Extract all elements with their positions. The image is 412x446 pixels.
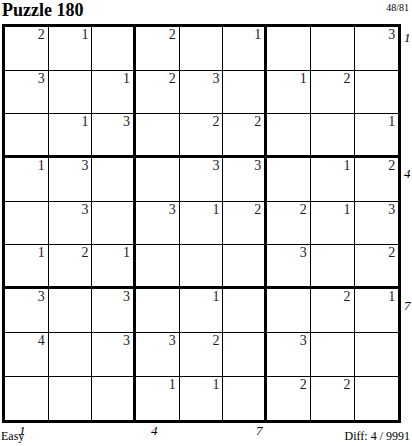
cell-r7c1[interactable]: 3 [5,289,49,333]
clue-r3c3: 3 [123,115,130,129]
cell-r4c9[interactable]: 2 [355,158,399,202]
cell-r3c6[interactable]: 2 [223,114,267,158]
cell-r1c4[interactable]: 2 [136,27,180,71]
cell-r5c5[interactable]: 1 [180,202,224,246]
cell-r9c4[interactable]: 1 [136,377,180,421]
clue-r2c3: 1 [123,72,130,86]
cell-r2c3[interactable]: 1 [92,71,136,115]
difficulty-stat: Diff: 4 / 9991 [345,429,410,444]
clue-r9c7: 2 [300,378,307,392]
cell-r4c4[interactable] [136,158,180,202]
cell-r7c4[interactable] [136,289,180,333]
cell-r5c9[interactable]: 3 [355,202,399,246]
cell-r6c1[interactable]: 1 [5,245,49,289]
cell-r2c5[interactable]: 3 [180,71,224,115]
clue-r5c6: 2 [254,203,261,217]
cell-r3c5[interactable]: 2 [180,114,224,158]
cell-r1c3[interactable] [92,27,136,71]
row-coordinate-label-7: 7 [404,299,411,312]
cell-r4c2[interactable]: 3 [49,158,93,202]
cell-r7c6[interactable] [223,289,267,333]
cell-r7c7[interactable] [267,289,311,333]
clue-r7c5: 1 [212,290,219,304]
clue-r6c2: 2 [81,246,88,260]
clue-r9c4: 1 [169,378,176,392]
puzzle-board: 2121331231213221133312331221312132331214… [2,24,401,423]
cell-r2c9[interactable] [355,71,399,115]
cell-r1c7[interactable] [267,27,311,71]
clue-r1c9: 3 [388,28,395,42]
cell-r2c7[interactable]: 1 [267,71,311,115]
cell-r6c6[interactable] [223,245,267,289]
cell-r5c3[interactable] [92,202,136,246]
clue-r2c1: 3 [38,72,45,86]
cell-r8c7[interactable]: 3 [267,333,311,377]
clue-r7c3: 3 [123,290,130,304]
cell-r6c4[interactable] [136,245,180,289]
cell-r7c3[interactable]: 3 [92,289,136,333]
cell-r1c9[interactable]: 3 [355,27,399,71]
cell-r7c8[interactable]: 2 [311,289,355,333]
clue-r5c8: 1 [344,203,351,217]
cell-r2c4[interactable]: 2 [136,71,180,115]
clue-r6c9: 2 [388,246,395,260]
cell-r9c1[interactable] [5,377,49,421]
cell-r1c5[interactable] [180,27,224,71]
cell-r5c6[interactable]: 2 [223,202,267,246]
clue-r7c9: 1 [388,290,395,304]
cell-r6c5[interactable] [180,245,224,289]
clue-r8c3: 3 [123,334,130,348]
clue-r3c2: 1 [81,115,88,129]
clue-r1c6: 1 [254,28,261,42]
cell-r9c3[interactable] [92,377,136,421]
cell-r6c3[interactable]: 1 [92,245,136,289]
cell-r6c9[interactable]: 2 [355,245,399,289]
cell-r8c4[interactable]: 3 [136,333,180,377]
cell-r7c2[interactable] [49,289,93,333]
clue-r3c5: 2 [212,115,219,129]
col-coordinate-label-4: 4 [151,424,158,437]
clue-r8c1: 4 [38,334,45,348]
clue-r4c9: 2 [388,159,395,173]
cell-r9c9[interactable] [355,377,399,421]
cell-r8c2[interactable] [49,333,93,377]
clue-r9c5: 1 [212,378,219,392]
clue-r1c2: 1 [81,28,88,42]
cell-r7c5[interactable]: 1 [180,289,224,333]
cell-r1c2[interactable]: 1 [49,27,93,71]
cell-r8c9[interactable] [355,333,399,377]
cell-r7c9[interactable]: 1 [355,289,399,333]
clue-r1c4: 2 [169,28,176,42]
clue-r5c4: 3 [169,203,176,217]
cell-r3c8[interactable] [311,114,355,158]
cell-r9c7[interactable]: 2 [267,377,311,421]
clue-r8c4: 3 [169,334,176,348]
clue-r1c1: 2 [38,28,45,42]
cell-r4c5[interactable]: 3 [180,158,224,202]
difficulty-label: Easy [1,429,24,444]
clue-r2c8: 2 [344,72,351,86]
cell-r2c2[interactable] [49,71,93,115]
cell-r3c2[interactable]: 1 [49,114,93,158]
cell-r6c7[interactable]: 3 [267,245,311,289]
cell-r8c6[interactable] [223,333,267,377]
clue-r5c2: 3 [81,203,88,217]
cell-r4c6[interactable]: 3 [223,158,267,202]
clue-r4c6: 3 [254,159,261,173]
cell-r9c5[interactable]: 1 [180,377,224,421]
cell-r8c1[interactable]: 4 [5,333,49,377]
cell-r1c6[interactable]: 1 [223,27,267,71]
cell-r6c8[interactable] [311,245,355,289]
cell-r5c4[interactable]: 3 [136,202,180,246]
clue-r5c7: 2 [300,203,307,217]
cell-r4c1[interactable]: 1 [5,158,49,202]
row-coordinate-label-1: 1 [404,31,411,44]
cell-r4c3[interactable] [92,158,136,202]
clue-r5c9: 3 [388,203,395,217]
cell-r5c1[interactable] [5,202,49,246]
cell-r5c2[interactable]: 3 [49,202,93,246]
cell-r8c3[interactable]: 3 [92,333,136,377]
clue-r4c1: 1 [38,159,45,173]
cell-r2c8[interactable]: 2 [311,71,355,115]
clue-r8c7: 3 [300,334,307,348]
clue-r9c8: 2 [344,378,351,392]
clue-r6c7: 3 [300,246,307,260]
givens-counter: 48/81 [386,2,409,13]
clue-r2c5: 3 [212,72,219,86]
cell-r4c7[interactable] [267,158,311,202]
clue-r4c5: 3 [212,159,219,173]
cell-r6c2[interactable]: 2 [49,245,93,289]
cell-r9c6[interactable] [223,377,267,421]
cell-r3c3[interactable]: 3 [92,114,136,158]
page-title: Puzzle 180 [2,0,83,21]
clue-r4c2: 3 [81,159,88,173]
cell-r9c8[interactable]: 2 [311,377,355,421]
cell-r2c6[interactable] [223,71,267,115]
clue-r6c1: 1 [38,246,45,260]
cell-r3c4[interactable] [136,114,180,158]
clue-r3c9: 1 [388,115,395,129]
cell-r1c1[interactable]: 2 [5,27,49,71]
cell-r5c7[interactable]: 2 [267,202,311,246]
puzzle-sheet: Puzzle 180 48/81 21213312312132211333123… [0,0,412,446]
clue-r2c7: 1 [300,72,307,86]
cell-r5c8[interactable]: 1 [311,202,355,246]
col-coordinate-label-7: 7 [256,424,263,437]
cell-r8c8[interactable] [311,333,355,377]
cell-r4c8[interactable]: 1 [311,158,355,202]
cell-r1c8[interactable] [311,27,355,71]
clue-r7c1: 3 [38,290,45,304]
clue-r3c6: 2 [254,115,261,129]
row-coordinate-label-4: 4 [404,167,411,180]
clue-r7c8: 2 [344,290,351,304]
clue-r6c3: 1 [123,246,130,260]
cell-r3c1[interactable] [5,114,49,158]
cell-r3c7[interactable] [267,114,311,158]
cell-r9c2[interactable] [49,377,93,421]
clue-r5c5: 1 [212,203,219,217]
cell-r8c5[interactable]: 2 [180,333,224,377]
clue-r8c5: 2 [212,334,219,348]
clue-r2c4: 2 [169,72,176,86]
cell-r3c9[interactable]: 1 [355,114,399,158]
cell-r2c1[interactable]: 3 [5,71,49,115]
clue-r4c8: 1 [344,159,351,173]
